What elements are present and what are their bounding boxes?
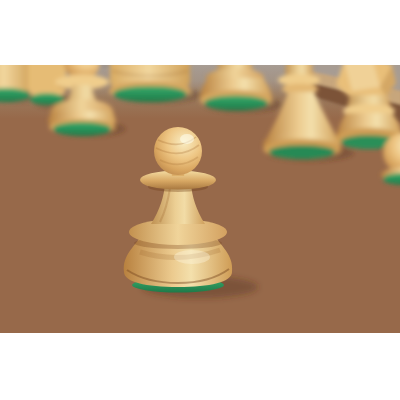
white-knight bbox=[336, 65, 400, 149]
felt-base bbox=[269, 145, 335, 159]
background-pieces bbox=[0, 65, 400, 185]
white-queen-base bbox=[109, 65, 191, 102]
felt-base bbox=[53, 122, 111, 136]
white-pawn-focus bbox=[124, 127, 232, 293]
chess-scene bbox=[0, 65, 400, 333]
ball-highlight bbox=[180, 134, 194, 144]
felt-base bbox=[113, 86, 187, 102]
white-pawn-e bbox=[200, 65, 272, 111]
felt-base bbox=[204, 96, 268, 111]
photo-area bbox=[0, 65, 400, 333]
white-pawn-a bbox=[0, 65, 32, 102]
product-photo[interactable] bbox=[0, 0, 400, 400]
